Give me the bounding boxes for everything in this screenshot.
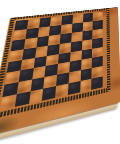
chessboard <box>0 7 120 136</box>
product-photo <box>0 0 120 144</box>
